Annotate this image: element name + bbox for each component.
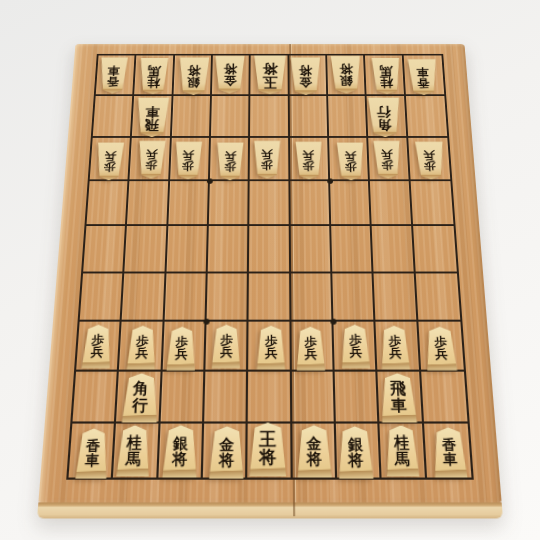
piece-kanji: 銀: [348, 437, 363, 453]
shogi-piece[interactable]: 銀将: [330, 56, 362, 94]
shogi-piece[interactable]: 桂馬: [115, 425, 152, 476]
piece-kanji: 車: [84, 453, 99, 468]
piece-kanji: 歩: [145, 160, 157, 171]
piece-kanji: 桂: [394, 435, 410, 451]
board-cell[interactable]: 歩兵: [162, 321, 206, 371]
piece-kanji: 将: [299, 64, 312, 76]
board-cell[interactable]: [289, 96, 329, 138]
shogi-piece[interactable]: 飛車: [379, 373, 418, 422]
piece-kanji: 馬: [394, 451, 410, 467]
board-cell[interactable]: 歩兵: [76, 321, 122, 371]
board-cell[interactable]: [127, 181, 170, 226]
star-point: [327, 179, 333, 184]
piece-kanji: 兵: [146, 149, 158, 160]
board-cell[interactable]: [335, 371, 380, 423]
board-cell[interactable]: 歩兵: [290, 138, 330, 181]
star-point: [330, 318, 336, 324]
piece-kanji: 兵: [104, 151, 116, 162]
shogi-piece[interactable]: 金将: [296, 425, 333, 477]
board-cell[interactable]: 金将: [292, 423, 337, 477]
piece-kanji: 銀: [173, 435, 188, 451]
board-cell[interactable]: [290, 181, 331, 226]
board-cell[interactable]: 銀将: [336, 423, 382, 477]
shogi-piece[interactable]: 金将: [208, 426, 245, 478]
board-cell[interactable]: 香車: [403, 55, 444, 96]
board-cell[interactable]: [83, 226, 127, 273]
piece-kanji: 兵: [435, 348, 448, 361]
shogi-piece[interactable]: 歩兵: [414, 142, 446, 180]
shogi-piece[interactable]: 香車: [407, 59, 439, 95]
piece-kanji: 金: [299, 76, 312, 88]
board-cell[interactable]: 王将: [248, 423, 293, 477]
shogi-piece[interactable]: 玉将: [253, 55, 287, 94]
shogi-piece[interactable]: 歩兵: [295, 142, 323, 180]
piece-kanji: 桂: [147, 76, 161, 88]
board-cell[interactable]: [415, 273, 460, 321]
piece-kanji: 将: [223, 63, 236, 75]
board-cell[interactable]: 角行: [367, 96, 408, 138]
piece-kanji: 車: [416, 66, 429, 77]
board-cell[interactable]: 飛車: [378, 371, 424, 423]
board-cell[interactable]: 香車: [424, 423, 472, 477]
board-cell[interactable]: [250, 181, 291, 226]
board-cell[interactable]: [328, 96, 368, 138]
shogi-piece[interactable]: 歩兵: [166, 327, 197, 371]
piece-kanji: 将: [307, 451, 322, 467]
piece-kanji: 桂: [380, 76, 394, 88]
board-cell[interactable]: 歩兵: [248, 321, 291, 371]
shogi-piece[interactable]: 歩兵: [81, 325, 114, 369]
shogi-piece[interactable]: 桂馬: [138, 58, 169, 95]
board-front-edge: [37, 502, 503, 518]
shogi-piece[interactable]: 歩兵: [137, 141, 167, 179]
shogi-piece[interactable]: 銀将: [161, 425, 199, 477]
board-cell[interactable]: [332, 273, 375, 321]
board-cell[interactable]: [370, 181, 413, 226]
piece-kanji: 銀: [339, 75, 352, 87]
board-cell[interactable]: [248, 371, 292, 423]
piece-kanji: 兵: [224, 151, 236, 162]
piece-kanji: 将: [259, 449, 276, 467]
piece-kanji: 馬: [125, 451, 141, 467]
board-cell[interactable]: [93, 96, 135, 138]
board-cell[interactable]: 桂馬: [134, 55, 174, 96]
board-cell[interactable]: 歩兵: [170, 138, 211, 181]
shogi-piece[interactable]: 歩兵: [174, 142, 203, 180]
board-cell[interactable]: [168, 181, 210, 226]
board-cell[interactable]: 歩兵: [408, 138, 450, 181]
board-cell[interactable]: 金将: [212, 55, 251, 96]
piece-kanji: 歩: [382, 160, 394, 171]
piece-kanji: 桂: [126, 435, 142, 451]
piece-kanji: 車: [146, 104, 161, 117]
board-cell[interactable]: [204, 371, 248, 423]
board-cell[interactable]: [374, 273, 418, 321]
board-cell[interactable]: [211, 96, 251, 138]
board-cell[interactable]: 銀将: [173, 55, 213, 96]
piece-kanji: 兵: [90, 346, 103, 359]
shogi-piece[interactable]: 歩兵: [373, 141, 403, 179]
piece-kanji: 香: [417, 77, 430, 88]
piece-kanji: 歩: [182, 161, 194, 172]
piece-kanji: 兵: [303, 150, 315, 161]
board-cell[interactable]: 桂馬: [365, 55, 405, 96]
shogi-piece[interactable]: 歩兵: [211, 325, 242, 369]
piece-kanji: 将: [339, 63, 352, 75]
piece-kanji: 兵: [261, 149, 273, 160]
piece-kanji: 玉: [263, 75, 278, 89]
board-cell[interactable]: 歩兵: [250, 138, 290, 181]
board-cell[interactable]: [291, 273, 334, 321]
shogi-piece[interactable]: 香車: [74, 428, 110, 478]
board-cell[interactable]: [122, 273, 166, 321]
piece-kanji: 将: [172, 451, 188, 467]
board-cell[interactable]: 角行: [116, 371, 162, 423]
board-cell[interactable]: 飛車: [132, 96, 173, 138]
board-cell[interactable]: [164, 273, 207, 321]
shogi-piece[interactable]: 歩兵: [379, 326, 411, 370]
board-cell[interactable]: [125, 226, 168, 273]
shogi-piece[interactable]: 桂馬: [384, 425, 421, 476]
shogi-piece[interactable]: 歩兵: [256, 326, 286, 370]
board-cell[interactable]: [413, 226, 457, 273]
board-cell[interactable]: 歩兵: [119, 321, 164, 371]
board-cell[interactable]: 銀将: [158, 423, 204, 477]
piece-kanji: 車: [107, 64, 120, 75]
board-cell[interactable]: [410, 181, 453, 226]
board-cell[interactable]: [80, 273, 125, 321]
piece-kanji: 兵: [424, 150, 436, 161]
shogi-piece[interactable]: 歩兵: [336, 143, 365, 181]
piece-kanji: 歩: [261, 160, 273, 171]
photo-background: 香車桂馬銀将金将玉将金将銀将桂馬香車飛車角行歩兵歩兵歩兵歩兵歩兵歩兵歩兵歩兵歩兵…: [0, 0, 540, 540]
shogi-piece[interactable]: 桂馬: [371, 58, 402, 95]
board-cell[interactable]: 歩兵: [90, 138, 132, 181]
board-cell[interactable]: [249, 273, 291, 321]
piece-kanji: 兵: [183, 150, 195, 161]
piece-kanji: 歩: [103, 161, 115, 172]
shogi-piece[interactable]: 角行: [121, 373, 160, 422]
board-cell[interactable]: [250, 96, 289, 138]
piece-kanji: 兵: [220, 346, 233, 359]
piece-kanji: 馬: [147, 64, 161, 76]
piece-kanji: 兵: [349, 346, 362, 359]
piece-kanji: 兵: [175, 348, 188, 361]
piece-kanji: 金: [223, 75, 236, 87]
board-cell[interactable]: [406, 96, 448, 138]
board-cell[interactable]: 歩兵: [291, 321, 334, 371]
board-cell[interactable]: [207, 273, 250, 321]
piece-kanji: 歩: [424, 161, 436, 172]
shogi-piece[interactable]: 歩兵: [126, 326, 158, 370]
board-cell[interactable]: 歩兵: [376, 321, 421, 371]
piece-kanji: 兵: [304, 348, 317, 361]
board-cell[interactable]: 歩兵: [329, 138, 370, 181]
shogi-board: 香車桂馬銀将金将玉将金将銀将桂馬香車飛車角行歩兵歩兵歩兵歩兵歩兵歩兵歩兵歩兵歩兵…: [37, 44, 503, 518]
board-surface: 香車桂馬銀将金将玉将金将銀将桂馬香車飛車角行歩兵歩兵歩兵歩兵歩兵歩兵歩兵歩兵歩兵…: [38, 44, 501, 502]
piece-kanji: 歩: [345, 161, 357, 172]
shogi-piece[interactable]: 歩兵: [216, 143, 244, 181]
board-cell[interactable]: 歩兵: [130, 138, 172, 181]
shogi-piece[interactable]: 銀将: [178, 57, 210, 95]
board-cell[interactable]: 玉将: [251, 55, 290, 96]
board-cell[interactable]: 歩兵: [210, 138, 250, 181]
board-front-seam: [293, 502, 295, 516]
piece-kanji: 金: [219, 437, 234, 453]
board-cell[interactable]: 香車: [69, 423, 117, 477]
shogi-piece[interactable]: 金将: [214, 56, 246, 94]
piece-kanji: 兵: [389, 347, 402, 360]
piece-kanji: 香: [107, 75, 120, 86]
board-cell[interactable]: 銀将: [327, 55, 367, 96]
board-cell[interactable]: 金将: [203, 423, 248, 477]
piece-kanji: 兵: [135, 347, 148, 360]
board-cell[interactable]: 歩兵: [205, 321, 249, 371]
shogi-piece[interactable]: 銀将: [337, 426, 375, 478]
piece-kanji: 将: [348, 452, 364, 468]
board-cell[interactable]: [290, 226, 332, 273]
board-cell[interactable]: 桂馬: [380, 423, 427, 477]
board-cell[interactable]: [249, 226, 291, 273]
shogi-piece[interactable]: 角行: [367, 97, 402, 137]
piece-kanji: 歩: [303, 161, 315, 172]
board-cell[interactable]: 金将: [289, 55, 328, 96]
piece-kanji: 兵: [265, 347, 277, 360]
board-cell[interactable]: [372, 226, 415, 273]
board-cell[interactable]: [86, 181, 129, 226]
piece-kanji: 兵: [344, 151, 356, 162]
piece-kanji: 将: [219, 452, 234, 468]
piece-kanji: 車: [443, 452, 458, 467]
board-cell[interactable]: [209, 181, 250, 226]
board-cell[interactable]: [166, 226, 209, 273]
piece-kanji: 行: [132, 398, 149, 414]
board-cell[interactable]: 香車: [96, 55, 137, 96]
board-cell[interactable]: [208, 226, 250, 273]
piece-kanji: 将: [263, 61, 278, 74]
piece-kanji: 行: [377, 104, 392, 117]
shogi-piece[interactable]: 歩兵: [424, 327, 458, 371]
board-cell[interactable]: 歩兵: [369, 138, 411, 181]
board-cell[interactable]: [160, 371, 205, 423]
board-grid: 香車桂馬銀将金将玉将金将銀将桂馬香車飛車角行歩兵歩兵歩兵歩兵歩兵歩兵歩兵歩兵歩兵…: [66, 54, 474, 480]
board-cell[interactable]: [292, 371, 336, 423]
piece-kanji: 車: [391, 398, 408, 414]
piece-kanji: 将: [188, 64, 201, 76]
shogi-piece[interactable]: 歩兵: [295, 327, 326, 371]
piece-kanji: 金: [307, 435, 322, 451]
board-cell[interactable]: [72, 371, 119, 423]
shogi-piece[interactable]: 歩兵: [340, 325, 371, 369]
shogi-piece[interactable]: 香車: [431, 427, 468, 477]
board-cell[interactable]: [331, 226, 374, 273]
piece-kanji: 兵: [381, 149, 393, 160]
piece-kanji: 銀: [187, 76, 200, 88]
board-cell[interactable]: [421, 371, 468, 423]
board-cell[interactable]: [330, 181, 372, 226]
piece-kanji: 香: [442, 438, 457, 453]
board-cell[interactable]: [171, 96, 211, 138]
shogi-piece[interactable]: 王将: [248, 422, 287, 476]
board-cell[interactable]: 歩兵: [418, 321, 464, 371]
shogi-piece[interactable]: 歩兵: [95, 143, 125, 181]
board-cell[interactable]: 桂馬: [113, 423, 160, 477]
piece-kanji: 香: [85, 439, 100, 454]
shogi-piece[interactable]: 歩兵: [253, 141, 281, 179]
shogi-piece[interactable]: 香車: [98, 57, 129, 93]
piece-kanji: 馬: [379, 64, 393, 76]
piece-kanji: 歩: [224, 161, 236, 172]
shogi-piece[interactable]: 金将: [290, 57, 322, 95]
shogi-piece[interactable]: 飛車: [135, 97, 170, 137]
board-cell[interactable]: 歩兵: [333, 321, 377, 371]
